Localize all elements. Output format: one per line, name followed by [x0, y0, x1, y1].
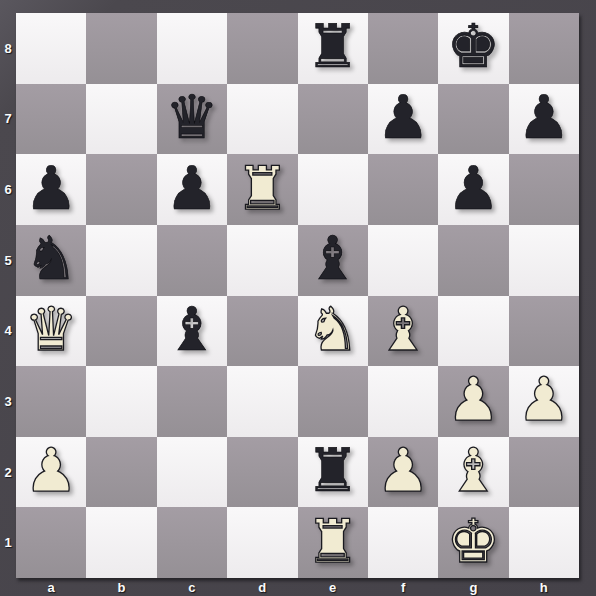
square-e3[interactable]	[298, 366, 368, 437]
square-a2[interactable]: ♟	[16, 437, 86, 508]
square-e2[interactable]: ♜	[298, 437, 368, 508]
square-e4[interactable]: ♞	[298, 296, 368, 367]
square-f7[interactable]: ♟	[368, 84, 438, 155]
square-c5[interactable]	[157, 225, 227, 296]
piece-black-bishop[interactable]: ♝	[306, 228, 360, 288]
square-c7[interactable]: ♛	[157, 84, 227, 155]
square-h5[interactable]	[509, 225, 579, 296]
piece-white-pawn[interactable]: ♟	[24, 440, 78, 500]
square-d4[interactable]	[227, 296, 297, 367]
file-label-f: f	[368, 578, 438, 596]
square-c2[interactable]	[157, 437, 227, 508]
square-g7[interactable]	[438, 84, 508, 155]
square-g2[interactable]: ♝	[438, 437, 508, 508]
square-a8[interactable]	[16, 13, 86, 84]
square-b5[interactable]	[86, 225, 156, 296]
square-f2[interactable]: ♟	[368, 437, 438, 508]
file-label-b: b	[86, 578, 156, 596]
square-g6[interactable]: ♟	[438, 154, 508, 225]
square-h2[interactable]	[509, 437, 579, 508]
square-c4[interactable]: ♝	[157, 296, 227, 367]
square-a3[interactable]	[16, 366, 86, 437]
file-labels: abcdefgh	[16, 578, 579, 596]
square-b7[interactable]	[86, 84, 156, 155]
piece-white-king[interactable]: ♚	[447, 511, 501, 571]
piece-black-rook[interactable]: ♜	[306, 16, 360, 76]
piece-white-rook[interactable]: ♜	[235, 158, 289, 218]
square-f1[interactable]	[368, 507, 438, 578]
piece-black-pawn[interactable]: ♟	[447, 158, 501, 218]
piece-black-king[interactable]: ♚	[447, 16, 501, 76]
square-h8[interactable]	[509, 13, 579, 84]
rank-label-3: 3	[0, 366, 16, 437]
square-g8[interactable]: ♚	[438, 13, 508, 84]
square-b4[interactable]	[86, 296, 156, 367]
square-d7[interactable]	[227, 84, 297, 155]
square-g3[interactable]: ♟	[438, 366, 508, 437]
square-f8[interactable]	[368, 13, 438, 84]
square-g4[interactable]	[438, 296, 508, 367]
square-h3[interactable]: ♟	[509, 366, 579, 437]
file-label-g: g	[438, 578, 508, 596]
square-d3[interactable]	[227, 366, 297, 437]
piece-white-bishop[interactable]: ♝	[447, 440, 501, 500]
square-f3[interactable]	[368, 366, 438, 437]
square-b8[interactable]	[86, 13, 156, 84]
square-c6[interactable]: ♟	[157, 154, 227, 225]
square-d6[interactable]: ♜	[227, 154, 297, 225]
square-g5[interactable]	[438, 225, 508, 296]
board: ♜♚♛♟♟♟♟♜♟♞♝♛♝♞♝♟♟♟♜♟♝♜♚	[16, 13, 579, 578]
square-d8[interactable]	[227, 13, 297, 84]
piece-black-pawn[interactable]: ♟	[24, 158, 78, 218]
square-a5[interactable]: ♞	[16, 225, 86, 296]
rank-label-6: 6	[0, 154, 16, 225]
square-a6[interactable]: ♟	[16, 154, 86, 225]
rank-label-2: 2	[0, 437, 16, 508]
rank-label-8: 8	[0, 13, 16, 84]
square-b3[interactable]	[86, 366, 156, 437]
piece-black-pawn[interactable]: ♟	[165, 158, 219, 218]
piece-white-queen[interactable]: ♛	[24, 299, 78, 359]
square-c1[interactable]	[157, 507, 227, 578]
file-label-c: c	[157, 578, 227, 596]
square-e6[interactable]	[298, 154, 368, 225]
square-e8[interactable]: ♜	[298, 13, 368, 84]
square-h4[interactable]	[509, 296, 579, 367]
piece-white-knight[interactable]: ♞	[306, 299, 360, 359]
piece-black-bishop[interactable]: ♝	[165, 299, 219, 359]
square-f5[interactable]	[368, 225, 438, 296]
rank-label-7: 7	[0, 84, 16, 155]
square-e7[interactable]	[298, 84, 368, 155]
square-c8[interactable]	[157, 13, 227, 84]
file-label-d: d	[227, 578, 297, 596]
square-c3[interactable]	[157, 366, 227, 437]
square-e5[interactable]: ♝	[298, 225, 368, 296]
rank-label-5: 5	[0, 225, 16, 296]
file-label-a: a	[16, 578, 86, 596]
piece-black-pawn[interactable]: ♟	[517, 87, 571, 147]
square-d2[interactable]	[227, 437, 297, 508]
square-h7[interactable]: ♟	[509, 84, 579, 155]
square-g1[interactable]: ♚	[438, 507, 508, 578]
piece-white-pawn[interactable]: ♟	[376, 440, 430, 500]
square-e1[interactable]: ♜	[298, 507, 368, 578]
piece-black-pawn[interactable]: ♟	[376, 87, 430, 147]
square-a4[interactable]: ♛	[16, 296, 86, 367]
file-label-e: e	[298, 578, 368, 596]
square-d1[interactable]	[227, 507, 297, 578]
square-a7[interactable]	[16, 84, 86, 155]
square-b1[interactable]	[86, 507, 156, 578]
piece-black-rook[interactable]: ♜	[306, 440, 360, 500]
square-f4[interactable]: ♝	[368, 296, 438, 367]
square-a1[interactable]	[16, 507, 86, 578]
square-h1[interactable]	[509, 507, 579, 578]
square-b6[interactable]	[86, 154, 156, 225]
rank-label-1: 1	[0, 507, 16, 578]
rank-label-4: 4	[0, 296, 16, 367]
square-d5[interactable]	[227, 225, 297, 296]
square-f6[interactable]	[368, 154, 438, 225]
piece-white-pawn[interactable]: ♟	[517, 369, 571, 429]
piece-black-queen[interactable]: ♛	[165, 87, 219, 147]
rank-labels: 87654321	[0, 13, 16, 578]
file-label-h: h	[509, 578, 579, 596]
piece-black-knight[interactable]: ♞	[24, 228, 78, 288]
square-h6[interactable]	[509, 154, 579, 225]
piece-white-bishop[interactable]: ♝	[376, 299, 430, 359]
piece-white-rook[interactable]: ♜	[306, 511, 360, 571]
square-b2[interactable]	[86, 437, 156, 508]
chessboard-frame: 87654321 ♜♚♛♟♟♟♟♜♟♞♝♛♝♞♝♟♟♟♜♟♝♜♚ abcdefg…	[0, 0, 596, 596]
piece-white-pawn[interactable]: ♟	[447, 369, 501, 429]
